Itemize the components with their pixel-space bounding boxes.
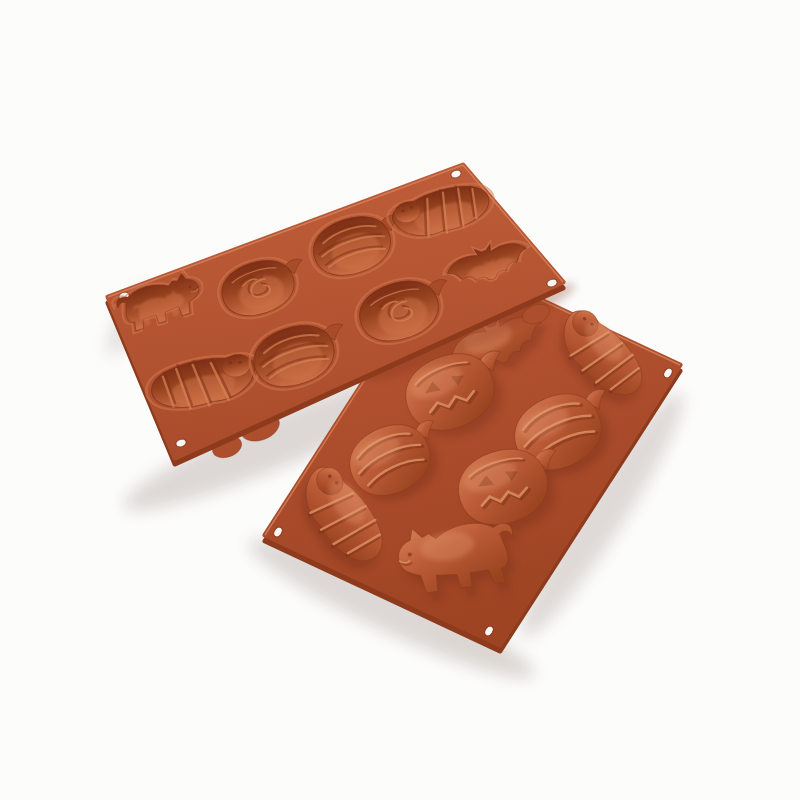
- scene-svg: Two terracotta silicone Halloween chocol…: [0, 0, 800, 800]
- halloween-mold-photo: Two terracotta silicone Halloween chocol…: [0, 0, 800, 800]
